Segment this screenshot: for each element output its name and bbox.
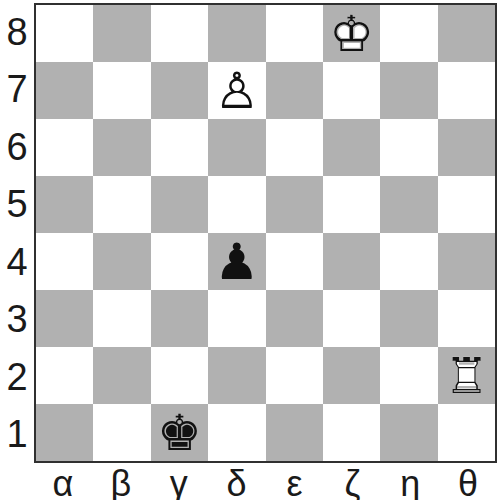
square-a4[interactable]: [36, 233, 93, 290]
square-c8[interactable]: [151, 5, 208, 62]
square-a6[interactable]: [36, 119, 93, 176]
square-d8[interactable]: [208, 5, 265, 62]
square-g1[interactable]: [380, 404, 437, 461]
square-a3[interactable]: [36, 290, 93, 347]
square-f2[interactable]: [323, 347, 380, 404]
square-f4[interactable]: [323, 233, 380, 290]
square-g5[interactable]: [380, 176, 437, 233]
white-rook-piece: ♜♖: [438, 347, 495, 404]
rank-label-8: 8: [0, 3, 34, 61]
square-a5[interactable]: [36, 176, 93, 233]
square-b3[interactable]: [93, 290, 150, 347]
square-e2[interactable]: [266, 347, 323, 404]
black-king-glyph: ♚: [157, 408, 202, 458]
file-labels: αβγδεζηθ: [34, 463, 497, 500]
square-b4[interactable]: [93, 233, 150, 290]
rank-label-2: 2: [0, 348, 34, 406]
square-f3[interactable]: [323, 290, 380, 347]
chess-board: ♚♔♟♙♟♜♖♚: [34, 3, 497, 463]
square-e1[interactable]: [266, 404, 323, 461]
corner-spacer: [0, 463, 34, 500]
square-g2[interactable]: [380, 347, 437, 404]
square-e4[interactable]: [266, 233, 323, 290]
square-b6[interactable]: [93, 119, 150, 176]
file-label-a: α: [34, 463, 92, 500]
square-f5[interactable]: [323, 176, 380, 233]
black-pawn-piece: ♟: [208, 233, 265, 290]
square-h3[interactable]: [438, 290, 495, 347]
square-e3[interactable]: [266, 290, 323, 347]
square-b5[interactable]: [93, 176, 150, 233]
square-c2[interactable]: [151, 347, 208, 404]
square-f8[interactable]: ♚♔: [323, 5, 380, 62]
square-b1[interactable]: [93, 404, 150, 461]
square-b7[interactable]: [93, 62, 150, 119]
rank-label-7: 7: [0, 61, 34, 119]
square-g4[interactable]: [380, 233, 437, 290]
square-h5[interactable]: [438, 176, 495, 233]
file-label-g: η: [381, 463, 439, 500]
square-e6[interactable]: [266, 119, 323, 176]
square-d6[interactable]: [208, 119, 265, 176]
square-c1[interactable]: ♚: [151, 404, 208, 461]
square-g6[interactable]: [380, 119, 437, 176]
rank-label-5: 5: [0, 176, 34, 234]
file-label-c: γ: [150, 463, 208, 500]
square-a7[interactable]: [36, 62, 93, 119]
square-d1[interactable]: [208, 404, 265, 461]
rank-label-4: 4: [0, 233, 34, 291]
square-g7[interactable]: [380, 62, 437, 119]
square-d2[interactable]: [208, 347, 265, 404]
black-pawn-glyph: ♟: [214, 237, 259, 287]
file-label-b: β: [92, 463, 150, 500]
square-e5[interactable]: [266, 176, 323, 233]
square-h6[interactable]: [438, 119, 495, 176]
chess-diagram: 87654321 ♚♔♟♙♟♜♖♚ αβγδεζηθ: [0, 0, 500, 500]
square-c4[interactable]: [151, 233, 208, 290]
square-a2[interactable]: [36, 347, 93, 404]
square-d5[interactable]: [208, 176, 265, 233]
white-king-glyph: ♔: [329, 9, 374, 59]
square-d3[interactable]: [208, 290, 265, 347]
square-g3[interactable]: [380, 290, 437, 347]
square-b2[interactable]: [93, 347, 150, 404]
square-a1[interactable]: [36, 404, 93, 461]
square-h8[interactable]: [438, 5, 495, 62]
square-c5[interactable]: [151, 176, 208, 233]
file-label-h: θ: [439, 463, 497, 500]
square-f1[interactable]: [323, 404, 380, 461]
square-a8[interactable]: [36, 5, 93, 62]
square-c7[interactable]: [151, 62, 208, 119]
square-d7[interactable]: ♟♙: [208, 62, 265, 119]
rank-labels: 87654321: [0, 3, 34, 463]
rank-label-6: 6: [0, 118, 34, 176]
white-king-piece: ♚♔: [323, 5, 380, 62]
square-d4[interactable]: ♟: [208, 233, 265, 290]
rank-label-3: 3: [0, 291, 34, 349]
square-c6[interactable]: [151, 119, 208, 176]
square-h4[interactable]: [438, 233, 495, 290]
square-f6[interactable]: [323, 119, 380, 176]
black-king-piece: ♚: [151, 404, 208, 461]
square-c3[interactable]: [151, 290, 208, 347]
square-e8[interactable]: [266, 5, 323, 62]
file-label-f: ζ: [323, 463, 381, 500]
white-pawn-piece: ♟♙: [208, 62, 265, 119]
square-h1[interactable]: [438, 404, 495, 461]
square-f7[interactable]: [323, 62, 380, 119]
rank-label-1: 1: [0, 406, 34, 464]
square-b8[interactable]: [93, 5, 150, 62]
file-label-e: ε: [266, 463, 324, 500]
white-rook-glyph: ♖: [444, 351, 489, 401]
square-e7[interactable]: [266, 62, 323, 119]
square-h7[interactable]: [438, 62, 495, 119]
square-h2[interactable]: ♜♖: [438, 347, 495, 404]
square-g8[interactable]: [380, 5, 437, 62]
white-pawn-glyph: ♙: [214, 66, 259, 116]
file-label-d: δ: [208, 463, 266, 500]
